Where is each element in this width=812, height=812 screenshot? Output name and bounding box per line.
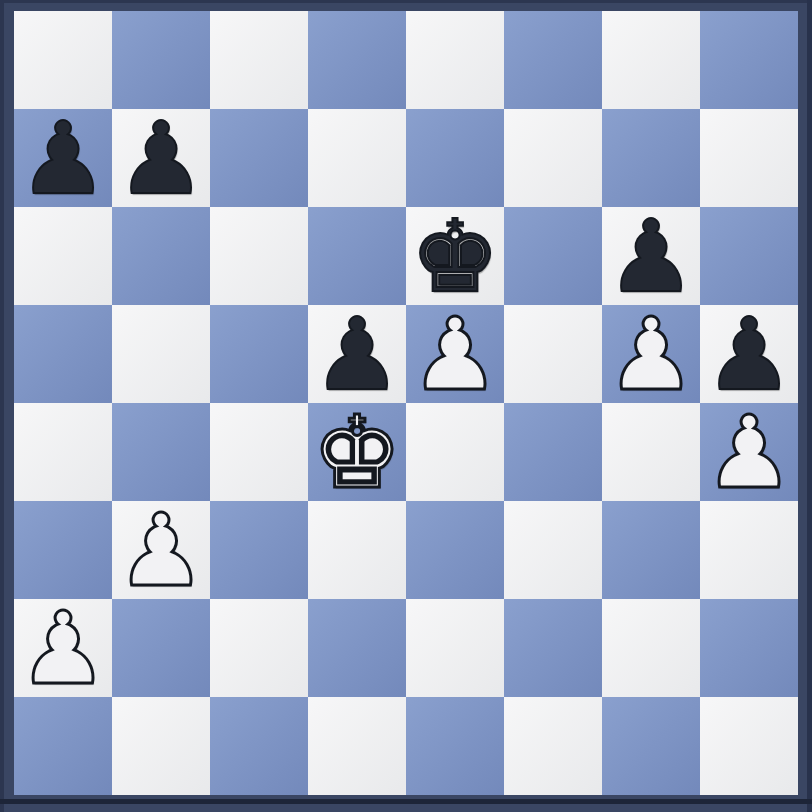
square-b7[interactable]: ♟ <box>112 109 210 207</box>
square-g5[interactable]: ♟ <box>602 305 700 403</box>
piece-white-pawn-b3[interactable]: ♟ <box>116 502 206 600</box>
square-f4[interactable] <box>504 403 602 501</box>
square-d1[interactable] <box>308 697 406 795</box>
square-e4[interactable] <box>406 403 504 501</box>
square-f7[interactable] <box>504 109 602 207</box>
chess-board: ♟♟♚♟♟♟♟♟♚♟♟♟ <box>14 11 798 795</box>
square-b3[interactable]: ♟ <box>112 501 210 599</box>
square-g8[interactable] <box>602 11 700 109</box>
square-d6[interactable] <box>308 207 406 305</box>
square-d5[interactable]: ♟ <box>308 305 406 403</box>
square-e2[interactable] <box>406 599 504 697</box>
square-e8[interactable] <box>406 11 504 109</box>
frame-edge-left <box>0 0 4 812</box>
square-c1[interactable] <box>210 697 308 795</box>
square-f6[interactable] <box>504 207 602 305</box>
square-a4[interactable] <box>14 403 112 501</box>
square-a1[interactable] <box>14 697 112 795</box>
square-f5[interactable] <box>504 305 602 403</box>
square-h3[interactable] <box>700 501 798 599</box>
square-c8[interactable] <box>210 11 308 109</box>
square-e1[interactable] <box>406 697 504 795</box>
square-h2[interactable] <box>700 599 798 697</box>
square-h8[interactable] <box>700 11 798 109</box>
piece-black-pawn-a7[interactable]: ♟ <box>18 110 108 208</box>
square-e7[interactable] <box>406 109 504 207</box>
square-c2[interactable] <box>210 599 308 697</box>
square-g3[interactable] <box>602 501 700 599</box>
piece-black-pawn-h5[interactable]: ♟ <box>704 306 794 404</box>
square-f3[interactable] <box>504 501 602 599</box>
square-c7[interactable] <box>210 109 308 207</box>
square-d8[interactable] <box>308 11 406 109</box>
square-e6[interactable]: ♚ <box>406 207 504 305</box>
square-h6[interactable] <box>700 207 798 305</box>
square-g2[interactable] <box>602 599 700 697</box>
frame-edge-right <box>807 0 812 812</box>
square-c3[interactable] <box>210 501 308 599</box>
square-b4[interactable] <box>112 403 210 501</box>
square-g4[interactable] <box>602 403 700 501</box>
square-h1[interactable] <box>700 697 798 795</box>
piece-black-king-e6[interactable]: ♚ <box>410 208 500 306</box>
square-b1[interactable] <box>112 697 210 795</box>
square-h7[interactable] <box>700 109 798 207</box>
frame-bottom-shadow-line <box>0 799 812 804</box>
square-e5[interactable]: ♟ <box>406 305 504 403</box>
piece-white-pawn-h4[interactable]: ♟ <box>704 404 794 502</box>
square-d3[interactable] <box>308 501 406 599</box>
square-c6[interactable] <box>210 207 308 305</box>
square-b5[interactable] <box>112 305 210 403</box>
piece-white-pawn-g5[interactable]: ♟ <box>606 306 696 404</box>
square-d2[interactable] <box>308 599 406 697</box>
square-g6[interactable]: ♟ <box>602 207 700 305</box>
square-f8[interactable] <box>504 11 602 109</box>
square-e3[interactable] <box>406 501 504 599</box>
square-b2[interactable] <box>112 599 210 697</box>
frame-edge-top <box>0 0 812 3</box>
square-d4[interactable]: ♚ <box>308 403 406 501</box>
piece-black-pawn-g6[interactable]: ♟ <box>606 208 696 306</box>
square-f1[interactable] <box>504 697 602 795</box>
square-a3[interactable] <box>14 501 112 599</box>
square-c5[interactable] <box>210 305 308 403</box>
square-a7[interactable]: ♟ <box>14 109 112 207</box>
square-f2[interactable] <box>504 599 602 697</box>
square-a8[interactable] <box>14 11 112 109</box>
square-b8[interactable] <box>112 11 210 109</box>
square-a5[interactable] <box>14 305 112 403</box>
square-h4[interactable]: ♟ <box>700 403 798 501</box>
square-a2[interactable]: ♟ <box>14 599 112 697</box>
piece-black-pawn-d5[interactable]: ♟ <box>312 306 402 404</box>
piece-white-pawn-e5[interactable]: ♟ <box>410 306 500 404</box>
square-g1[interactable] <box>602 697 700 795</box>
square-a6[interactable] <box>14 207 112 305</box>
square-d7[interactable] <box>308 109 406 207</box>
square-g7[interactable] <box>602 109 700 207</box>
square-b6[interactable] <box>112 207 210 305</box>
square-h5[interactable]: ♟ <box>700 305 798 403</box>
piece-black-pawn-b7[interactable]: ♟ <box>116 110 206 208</box>
piece-white-king-d4[interactable]: ♚ <box>312 404 402 502</box>
piece-white-pawn-a2[interactable]: ♟ <box>18 600 108 698</box>
square-c4[interactable] <box>210 403 308 501</box>
